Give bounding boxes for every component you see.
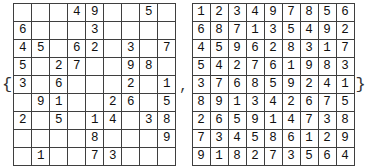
sudoku-cell: 7: [283, 4, 300, 21]
sudoku-cell: [68, 148, 85, 165]
sudoku-cell: 5: [229, 112, 246, 129]
sudoku-cell: 8: [158, 112, 175, 129]
sudoku-cell: [122, 4, 139, 21]
open-brace: {: [1, 76, 13, 93]
sudoku-cell: [86, 76, 103, 93]
sudoku-cell: [158, 22, 175, 39]
sudoku-cell: 5: [265, 76, 282, 93]
sudoku-cell: 8: [265, 130, 282, 147]
sudoku-cell: 4: [14, 40, 31, 57]
sudoku-cell: 6: [265, 58, 282, 75]
sudoku-cell: [32, 58, 49, 75]
sudoku-cell: 7: [229, 22, 246, 39]
sudoku-cell: 3: [319, 112, 336, 129]
sudoku-cell: 2: [265, 40, 282, 57]
sudoku-cell: 6: [211, 112, 228, 129]
sudoku-cell: 9: [211, 94, 228, 111]
sudoku-cell: 6: [14, 22, 31, 39]
sudoku-cell: 7: [68, 58, 85, 75]
sudoku-cell: 9: [283, 76, 300, 93]
sudoku-cell: 6: [68, 40, 85, 57]
sudoku-cell: 3: [283, 148, 300, 165]
sudoku-cell: 7: [337, 40, 354, 57]
sudoku-cell: [68, 130, 85, 147]
sudoku-cell: 4: [301, 22, 318, 39]
sudoku-cell: 1: [158, 76, 175, 93]
sudoku-cell: [140, 148, 157, 165]
sudoku-cell: 3: [14, 76, 31, 93]
sudoku-cell: 6: [50, 76, 67, 93]
sudoku-cell: 3: [122, 40, 139, 57]
sudoku-cell: [50, 40, 67, 57]
sudoku-cell: 7: [265, 148, 282, 165]
sudoku-cell: 4: [265, 94, 282, 111]
sudoku-cell: 8: [211, 22, 228, 39]
sudoku-cell: [158, 148, 175, 165]
sudoku-cell: 3: [265, 22, 282, 39]
sudoku-cell: [122, 112, 139, 129]
sudoku-cell: 4: [283, 112, 300, 129]
sudoku-cell: 5: [158, 94, 175, 111]
sudoku-cell: [14, 94, 31, 111]
sudoku-cell: 8: [247, 76, 264, 93]
sudoku-cell: 9: [247, 112, 264, 129]
sudoku-cell: 1: [229, 94, 246, 111]
sudoku-cell: [86, 94, 103, 111]
sudoku-cell: 3: [229, 4, 246, 21]
sudoku-cell: 9: [229, 40, 246, 57]
sudoku-cell: 1: [247, 22, 264, 39]
sudoku-cell: 8: [337, 112, 354, 129]
sudoku-cell: 8: [229, 148, 246, 165]
sudoku-cell: [140, 76, 157, 93]
sudoku-cell: 5: [301, 148, 318, 165]
sudoku-cell: [140, 22, 157, 39]
sudoku-cell: 2: [229, 58, 246, 75]
sudoku-cell: 6: [193, 22, 210, 39]
sudoku-cell: [32, 112, 49, 129]
sudoku-cell: 1: [283, 58, 300, 75]
sudoku-cell: [122, 148, 139, 165]
sudoku-cell: 5: [247, 130, 264, 147]
sudoku-cell: 9: [337, 130, 354, 147]
sudoku-cell: 7: [319, 94, 336, 111]
sudoku-cell: [50, 148, 67, 165]
sudoku-cell: 8: [283, 40, 300, 57]
sudoku-cell: 1: [265, 112, 282, 129]
sudoku-cell: [104, 4, 121, 21]
sudoku-cell: [50, 22, 67, 39]
sudoku-cell: 2: [301, 76, 318, 93]
sudoku-cell: [140, 40, 157, 57]
sudoku-cell: [14, 130, 31, 147]
sudoku-cell: 3: [247, 94, 264, 111]
sudoku-cell: 5: [193, 58, 210, 75]
sudoku-cell: 3: [193, 76, 210, 93]
sudoku-cell: [50, 4, 67, 21]
sudoku-cell: 8: [140, 58, 157, 75]
sudoku-cell: [32, 130, 49, 147]
sudoku-cell: [104, 22, 121, 39]
sudoku-cell: 1: [319, 40, 336, 57]
sudoku-cell: 9: [158, 130, 175, 147]
sudoku-cell: 3: [86, 22, 103, 39]
sudoku-cell: 2: [122, 76, 139, 93]
sudoku-cell: 1: [301, 130, 318, 147]
sudoku-cell: 6: [337, 4, 354, 21]
sudoku-cell: 9: [265, 4, 282, 21]
sudoku-cell: 5: [140, 4, 157, 21]
sudoku-cell: 8: [86, 130, 103, 147]
sudoku-cell: [122, 22, 139, 39]
sudoku-cell: [68, 22, 85, 39]
sudoku-cell: 4: [211, 58, 228, 75]
sudoku-cell: 5: [14, 58, 31, 75]
sudoku-cell: [104, 40, 121, 57]
list-separator-comma: ,: [176, 79, 191, 93]
sudoku-cell: 3: [301, 40, 318, 57]
sudoku-cell: [158, 58, 175, 75]
sudoku-cell: 5: [319, 4, 336, 21]
sudoku-cell: 4: [229, 130, 246, 147]
sudoku-cell: 8: [319, 58, 336, 75]
sudoku-cell: [14, 148, 31, 165]
sudoku-cell: [86, 58, 103, 75]
sudoku-cell: [68, 76, 85, 93]
sudoku-cell: 4: [319, 76, 336, 93]
sudoku-cell: 9: [122, 58, 139, 75]
sudoku-cell: 2: [319, 130, 336, 147]
sudoku-cell: [104, 58, 121, 75]
sudoku-cell: 9: [301, 58, 318, 75]
sudoku-cell: 6: [301, 94, 318, 111]
sudoku-cell: 6: [122, 94, 139, 111]
sudoku-cell: 6: [283, 130, 300, 147]
sudoku-cell: 2: [86, 40, 103, 57]
sudoku-cell: [104, 130, 121, 147]
sudoku-cell: 3: [104, 148, 121, 165]
sudoku-cell: 5: [283, 22, 300, 39]
sudoku-cell: 2: [283, 94, 300, 111]
sudoku-cell: 8: [193, 94, 210, 111]
sudoku-cell: 7: [211, 76, 228, 93]
sudoku-cell: 2: [50, 58, 67, 75]
sudoku-solution-grid: 1234978566871354924596283175427619833768…: [192, 3, 355, 166]
sudoku-cell: 2: [104, 94, 121, 111]
sudoku-cell: 1: [211, 148, 228, 165]
sudoku-cell: 1: [50, 94, 67, 111]
sudoku-cell: 5: [337, 94, 354, 111]
sudoku-cell: 1: [86, 112, 103, 129]
sudoku-cell: [14, 4, 31, 21]
sudoku-cell: 4: [337, 148, 354, 165]
sudoku-cell: 4: [193, 40, 210, 57]
sudoku-cell: 3: [140, 112, 157, 129]
sudoku-cell: 3: [337, 58, 354, 75]
sudoku-cell: [32, 4, 49, 21]
sudoku-cell: [68, 94, 85, 111]
sudoku-cell: 1: [193, 4, 210, 21]
sudoku-cell: 7: [158, 40, 175, 57]
sudoku-cell: [122, 130, 139, 147]
sudoku-cell: [68, 112, 85, 129]
sudoku-cell: 4: [247, 4, 264, 21]
sudoku-cell: 9: [32, 94, 49, 111]
sudoku-cell: 9: [193, 148, 210, 165]
close-brace: }: [355, 76, 367, 93]
sudoku-cell: [104, 76, 121, 93]
sudoku-cell: 2: [337, 22, 354, 39]
sudoku-cell: 4: [104, 112, 121, 129]
sudoku-cell: 2: [247, 148, 264, 165]
sudoku-cell: 5: [211, 40, 228, 57]
sudoku-cell: 6: [229, 76, 246, 93]
sudoku-cell: 9: [319, 22, 336, 39]
sudoku-cell: 8: [301, 4, 318, 21]
sudoku-cell: 6: [247, 40, 264, 57]
sudoku-cell: 4: [68, 4, 85, 21]
sudoku-cell: [140, 94, 157, 111]
sudoku-cell: 2: [193, 112, 210, 129]
sudoku-cell: [140, 130, 157, 147]
sudoku-cell: 1: [32, 148, 49, 165]
list-output: { 495634562375279836219126525143889173 ,…: [0, 0, 368, 168]
sudoku-cell: 2: [211, 4, 228, 21]
sudoku-cell: [32, 76, 49, 93]
sudoku-cell: 7: [301, 112, 318, 129]
sudoku-cell: 7: [193, 130, 210, 147]
sudoku-cell: [158, 4, 175, 21]
sudoku-cell: 2: [14, 112, 31, 129]
sudoku-cell: 1: [337, 76, 354, 93]
sudoku-puzzle-grid: 495634562375279836219126525143889173: [13, 3, 176, 166]
sudoku-cell: [32, 22, 49, 39]
sudoku-cell: 7: [86, 148, 103, 165]
sudoku-cell: 9: [86, 4, 103, 21]
sudoku-cell: 6: [319, 148, 336, 165]
sudoku-cell: 3: [211, 130, 228, 147]
sudoku-cell: 7: [247, 58, 264, 75]
sudoku-cell: [50, 130, 67, 147]
sudoku-cell: 5: [32, 40, 49, 57]
sudoku-cell: 5: [50, 112, 67, 129]
